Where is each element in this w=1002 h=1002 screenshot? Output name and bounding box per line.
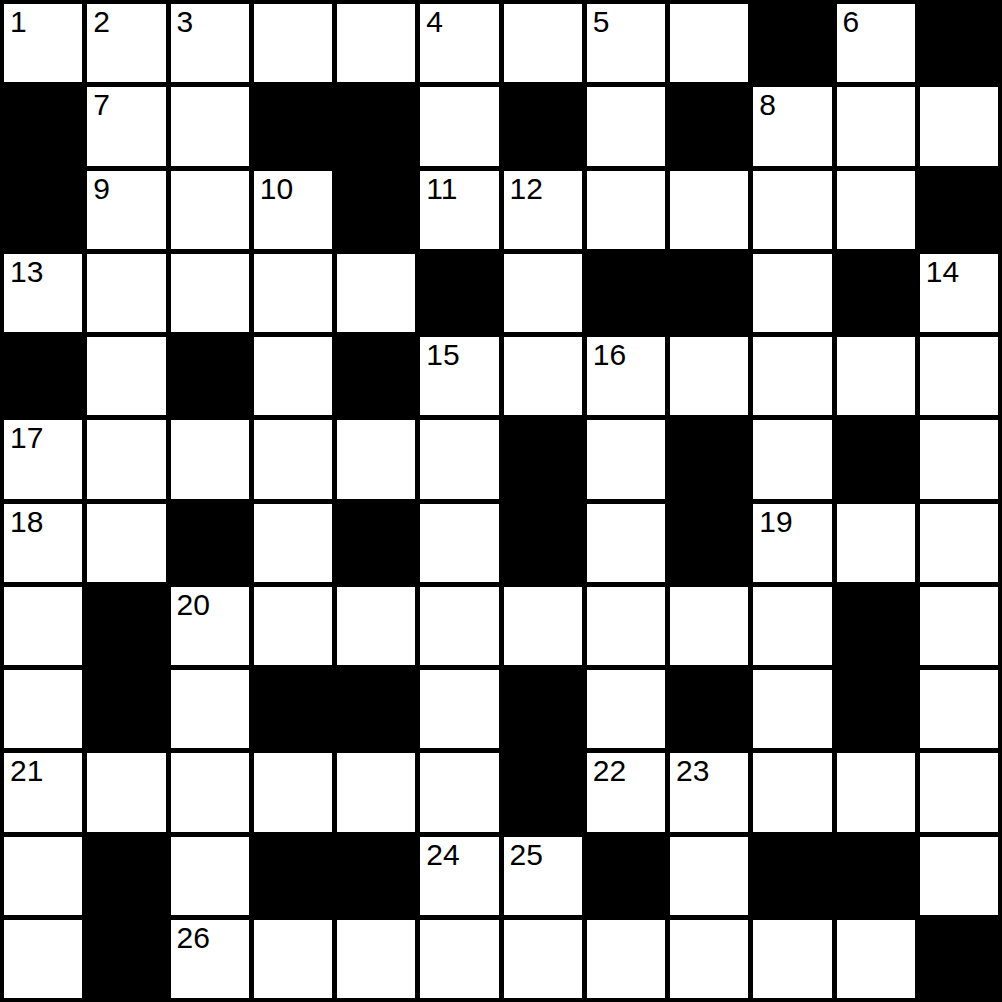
clue-number: 25	[510, 838, 543, 873]
white-cell-r6c9[interactable]: 19	[753, 504, 831, 582]
white-cell-r7c5[interactable]	[420, 587, 498, 665]
black-cell-r6c2	[171, 504, 249, 582]
black-cell-r4c0	[4, 337, 82, 415]
white-cell-r10c8[interactable]	[670, 837, 748, 915]
white-cell-r9c8[interactable]: 23	[670, 753, 748, 831]
white-cell-r8c2[interactable]	[171, 670, 249, 748]
white-cell-r0c8[interactable]	[670, 4, 748, 82]
white-cell-r8c7[interactable]	[587, 670, 665, 748]
white-cell-r10c2[interactable]	[171, 837, 249, 915]
black-cell-r10c4	[337, 837, 415, 915]
white-cell-r6c5[interactable]	[420, 504, 498, 582]
clue-number: 24	[426, 838, 459, 873]
white-cell-r0c10[interactable]: 6	[837, 4, 915, 82]
white-cell-r9c1[interactable]	[87, 753, 165, 831]
white-cell-r4c8[interactable]	[670, 337, 748, 415]
white-cell-r4c7[interactable]: 16	[587, 337, 665, 415]
white-cell-r9c5[interactable]	[420, 753, 498, 831]
white-cell-r3c2[interactable]	[171, 254, 249, 332]
white-cell-r5c3[interactable]	[254, 420, 332, 498]
white-cell-r0c3[interactable]	[254, 4, 332, 82]
black-cell-r10c3	[254, 837, 332, 915]
clue-number: 22	[593, 754, 626, 789]
black-cell-r4c4	[337, 337, 415, 415]
white-cell-r9c2[interactable]	[171, 753, 249, 831]
white-cell-r0c1[interactable]: 2	[87, 4, 165, 82]
clue-number: 15	[426, 338, 459, 373]
white-cell-r9c0[interactable]: 21	[4, 753, 82, 831]
white-cell-r4c11[interactable]	[920, 337, 998, 415]
white-cell-r11c9[interactable]	[753, 920, 831, 998]
black-cell-r8c1	[87, 670, 165, 748]
white-cell-r3c6[interactable]	[504, 254, 582, 332]
clue-number: 26	[177, 921, 210, 956]
black-cell-r10c7	[587, 837, 665, 915]
clue-number: 2	[93, 5, 110, 40]
white-cell-r7c3[interactable]	[254, 587, 332, 665]
black-cell-r3c7	[587, 254, 665, 332]
white-cell-r2c1[interactable]: 9	[87, 171, 165, 249]
black-cell-r10c10	[837, 837, 915, 915]
white-cell-r11c7[interactable]	[587, 920, 665, 998]
black-cell-r6c4	[337, 504, 415, 582]
clue-number: 4	[426, 5, 443, 40]
white-cell-r6c0[interactable]: 18	[4, 504, 82, 582]
black-cell-r1c3	[254, 87, 332, 165]
white-cell-r8c9[interactable]	[753, 670, 831, 748]
white-cell-r7c8[interactable]	[670, 587, 748, 665]
black-cell-r8c6	[504, 670, 582, 748]
black-cell-r3c5	[420, 254, 498, 332]
white-cell-r1c9[interactable]: 8	[753, 87, 831, 165]
white-cell-r9c4[interactable]	[337, 753, 415, 831]
white-cell-r9c11[interactable]	[920, 753, 998, 831]
white-cell-r6c7[interactable]	[587, 504, 665, 582]
white-cell-r0c4[interactable]	[337, 4, 415, 82]
black-cell-r2c4	[337, 171, 415, 249]
white-cell-r11c10[interactable]	[837, 920, 915, 998]
white-cell-r0c6[interactable]	[504, 4, 582, 82]
white-cell-r11c4[interactable]	[337, 920, 415, 998]
white-cell-r1c7[interactable]	[587, 87, 665, 165]
white-cell-r3c4[interactable]	[337, 254, 415, 332]
black-cell-r1c4	[337, 87, 415, 165]
black-cell-r3c10	[837, 254, 915, 332]
white-cell-r2c9[interactable]	[753, 171, 831, 249]
black-cell-r1c0	[4, 87, 82, 165]
white-cell-r9c7[interactable]: 22	[587, 753, 665, 831]
white-cell-r11c5[interactable]	[420, 920, 498, 998]
white-cell-r7c0[interactable]	[4, 587, 82, 665]
white-cell-r8c11[interactable]	[920, 670, 998, 748]
white-cell-r11c3[interactable]	[254, 920, 332, 998]
white-cell-r8c5[interactable]	[420, 670, 498, 748]
white-cell-r6c1[interactable]	[87, 504, 165, 582]
white-cell-r5c7[interactable]	[587, 420, 665, 498]
white-cell-r5c1[interactable]	[87, 420, 165, 498]
clue-number: 20	[177, 588, 210, 623]
clue-number: 17	[10, 421, 43, 456]
clue-number: 19	[759, 505, 792, 540]
white-cell-r4c5[interactable]: 15	[420, 337, 498, 415]
clue-number: 9	[93, 172, 110, 207]
white-cell-r4c1[interactable]	[87, 337, 165, 415]
white-cell-r5c0[interactable]: 17	[4, 420, 82, 498]
black-cell-r9c6	[504, 753, 582, 831]
white-cell-r10c0[interactable]	[4, 837, 82, 915]
black-cell-r3c8	[670, 254, 748, 332]
black-cell-r6c6	[504, 504, 582, 582]
clue-number: 16	[593, 338, 626, 373]
white-cell-r2c10[interactable]	[837, 171, 915, 249]
black-cell-r5c10	[837, 420, 915, 498]
white-cell-r2c3[interactable]: 10	[254, 171, 332, 249]
black-cell-r11c1	[87, 920, 165, 998]
white-cell-r4c9[interactable]	[753, 337, 831, 415]
clue-number: 10	[260, 172, 293, 207]
black-cell-r10c9	[753, 837, 831, 915]
black-cell-r8c8	[670, 670, 748, 748]
white-cell-r2c8[interactable]	[670, 171, 748, 249]
white-cell-r0c7[interactable]: 5	[587, 4, 665, 82]
white-cell-r7c6[interactable]	[504, 587, 582, 665]
white-cell-r3c0[interactable]: 13	[4, 254, 82, 332]
white-cell-r1c5[interactable]	[420, 87, 498, 165]
white-cell-r4c3[interactable]	[254, 337, 332, 415]
white-cell-r9c10[interactable]	[837, 753, 915, 831]
white-cell-r9c3[interactable]	[254, 753, 332, 831]
black-cell-r1c8	[670, 87, 748, 165]
white-cell-r5c2[interactable]	[171, 420, 249, 498]
white-cell-r10c11[interactable]	[920, 837, 998, 915]
black-cell-r10c1	[87, 837, 165, 915]
clue-number: 18	[10, 505, 43, 540]
white-cell-r2c5[interactable]: 11	[420, 171, 498, 249]
white-cell-r1c10[interactable]	[837, 87, 915, 165]
white-cell-r7c9[interactable]	[753, 587, 831, 665]
clue-number: 13	[10, 255, 43, 290]
white-cell-r11c6[interactable]	[504, 920, 582, 998]
white-cell-r2c7[interactable]	[587, 171, 665, 249]
white-cell-r0c0[interactable]: 1	[4, 4, 82, 82]
clue-number: 23	[676, 754, 709, 789]
clue-number: 21	[10, 754, 43, 789]
clue-number: 8	[759, 88, 776, 123]
black-cell-r5c8	[670, 420, 748, 498]
white-cell-r0c2[interactable]: 3	[171, 4, 249, 82]
white-cell-r1c2[interactable]	[171, 87, 249, 165]
white-cell-r11c8[interactable]	[670, 920, 748, 998]
black-cell-r8c10	[837, 670, 915, 748]
clue-number: 11	[426, 172, 457, 207]
white-cell-r1c11[interactable]	[920, 87, 998, 165]
white-cell-r1c1[interactable]: 7	[87, 87, 165, 165]
white-cell-r2c6[interactable]: 12	[504, 171, 582, 249]
clue-number: 12	[510, 172, 543, 207]
white-cell-r10c6[interactable]: 25	[504, 837, 582, 915]
clue-number: 14	[926, 255, 959, 290]
black-cell-r6c8	[670, 504, 748, 582]
black-cell-r8c4	[337, 670, 415, 748]
white-cell-r2c2[interactable]	[171, 171, 249, 249]
black-cell-r0c11	[920, 4, 998, 82]
white-cell-r4c10[interactable]	[837, 337, 915, 415]
clue-number: 3	[177, 5, 194, 40]
white-cell-r6c10[interactable]	[837, 504, 915, 582]
white-cell-r5c9[interactable]	[753, 420, 831, 498]
white-cell-r5c4[interactable]	[337, 420, 415, 498]
white-cell-r3c9[interactable]	[753, 254, 831, 332]
black-cell-r0c9	[753, 4, 831, 82]
white-cell-r6c11[interactable]	[920, 504, 998, 582]
white-cell-r7c11[interactable]	[920, 587, 998, 665]
black-cell-r1c6	[504, 87, 582, 165]
black-cell-r2c0	[4, 171, 82, 249]
crossword-board: 1234567891011121314151617181920212223242…	[0, 0, 1002, 1002]
white-cell-r3c3[interactable]	[254, 254, 332, 332]
white-cell-r5c11[interactable]	[920, 420, 998, 498]
white-cell-r5c5[interactable]	[420, 420, 498, 498]
white-cell-r9c9[interactable]	[753, 753, 831, 831]
white-cell-r7c7[interactable]	[587, 587, 665, 665]
white-cell-r10c5[interactable]: 24	[420, 837, 498, 915]
clue-number: 6	[843, 5, 860, 40]
white-cell-r4c6[interactable]	[504, 337, 582, 415]
black-cell-r11c11	[920, 920, 998, 998]
black-cell-r4c2	[171, 337, 249, 415]
white-cell-r11c2[interactable]: 26	[171, 920, 249, 998]
black-cell-r2c11	[920, 171, 998, 249]
clue-number: 7	[93, 88, 110, 123]
white-cell-r7c4[interactable]	[337, 587, 415, 665]
clue-number: 1	[10, 5, 27, 40]
white-cell-r11c0[interactable]	[4, 920, 82, 998]
white-cell-r3c1[interactable]	[87, 254, 165, 332]
black-cell-r7c10	[837, 587, 915, 665]
black-cell-r7c1	[87, 587, 165, 665]
white-cell-r6c3[interactable]	[254, 504, 332, 582]
clue-number: 5	[593, 5, 610, 40]
white-cell-r8c0[interactable]	[4, 670, 82, 748]
black-cell-r8c3	[254, 670, 332, 748]
white-cell-r0c5[interactable]: 4	[420, 4, 498, 82]
white-cell-r3c11[interactable]: 14	[920, 254, 998, 332]
black-cell-r5c6	[504, 420, 582, 498]
white-cell-r7c2[interactable]: 20	[171, 587, 249, 665]
